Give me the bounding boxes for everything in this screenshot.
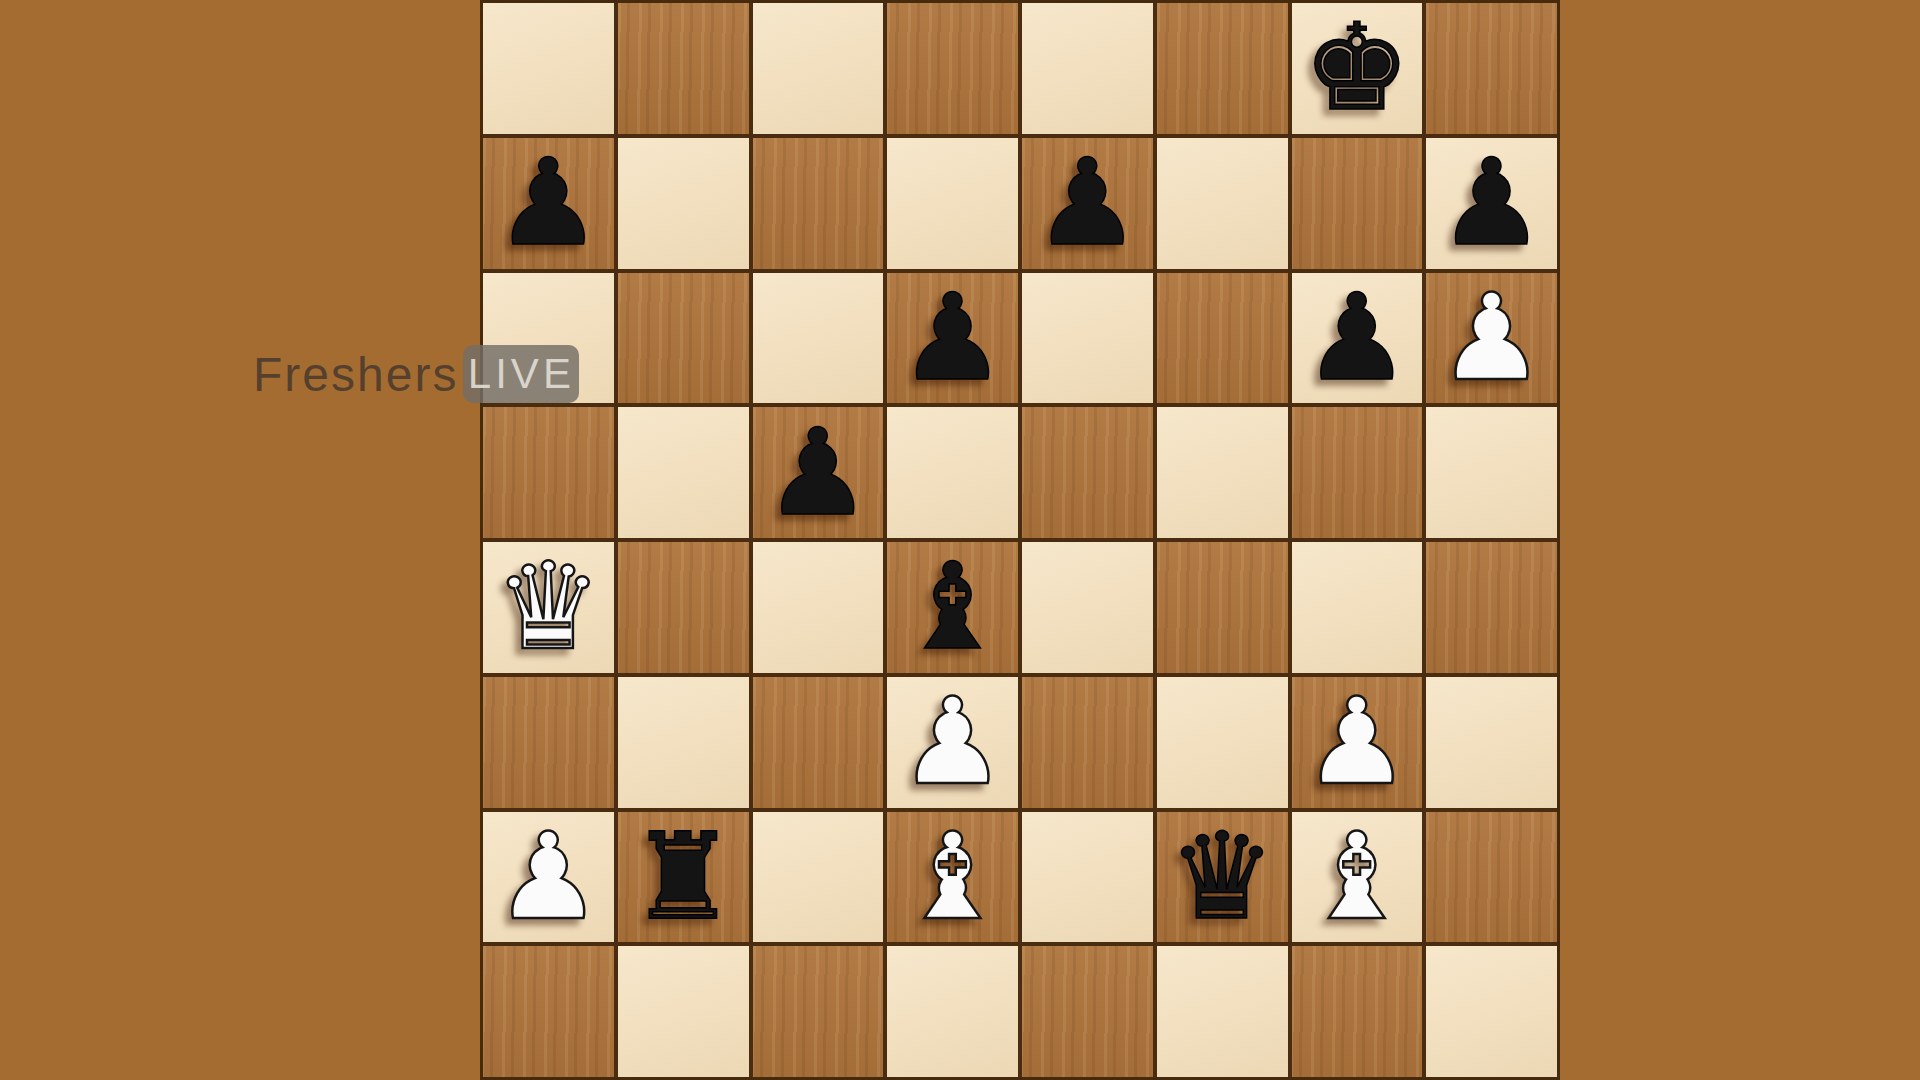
square-e2 — [1022, 812, 1153, 943]
black-pawn-c5: ♟ — [764, 413, 872, 533]
square-h5 — [1426, 407, 1557, 538]
square-c6 — [753, 273, 884, 404]
black-queen-f2: ♛ — [1168, 817, 1276, 937]
square-a3 — [483, 677, 614, 808]
square-g1 — [1292, 946, 1423, 1077]
square-e6 — [1022, 273, 1153, 404]
square-f7 — [1157, 138, 1288, 269]
square-h4 — [1426, 542, 1557, 673]
square-d6: ♟ — [887, 273, 1018, 404]
square-h6: ♟ — [1426, 273, 1557, 404]
square-e8 — [1022, 3, 1153, 134]
black-pawn-h7: ♟ — [1438, 143, 1546, 263]
square-f1 — [1157, 946, 1288, 1077]
square-c7 — [753, 138, 884, 269]
black-pawn-d6: ♟ — [899, 278, 1007, 398]
white-pawn-a2: ♟ — [495, 817, 603, 937]
white-queen-a4: ♛ — [495, 547, 603, 667]
black-bishop-d4: ♝ — [899, 547, 1007, 667]
chess-board: ♚♟♟♟♟♟♟♟♛♝♟♟♟♜♝♛♝ — [480, 0, 1560, 1080]
square-e5 — [1022, 407, 1153, 538]
square-d4: ♝ — [887, 542, 1018, 673]
square-b6 — [618, 273, 749, 404]
square-g8: ♚ — [1292, 3, 1423, 134]
square-b1 — [618, 946, 749, 1077]
square-d1 — [887, 946, 1018, 1077]
square-g6: ♟ — [1292, 273, 1423, 404]
square-b5 — [618, 407, 749, 538]
square-a1 — [483, 946, 614, 1077]
square-e1 — [1022, 946, 1153, 1077]
square-g3: ♟ — [1292, 677, 1423, 808]
square-g7 — [1292, 138, 1423, 269]
watermark: Freshers LIVE — [253, 344, 579, 404]
square-d3: ♟ — [887, 677, 1018, 808]
watermark-badge-text: LIVE — [468, 350, 575, 398]
square-e7: ♟ — [1022, 138, 1153, 269]
square-c1 — [753, 946, 884, 1077]
square-c3 — [753, 677, 884, 808]
square-b3 — [618, 677, 749, 808]
square-f6 — [1157, 273, 1288, 404]
square-a4: ♛ — [483, 542, 614, 673]
square-f3 — [1157, 677, 1288, 808]
square-f5 — [1157, 407, 1288, 538]
square-f8 — [1157, 3, 1288, 134]
square-a2: ♟ — [483, 812, 614, 943]
square-h7: ♟ — [1426, 138, 1557, 269]
square-c5: ♟ — [753, 407, 884, 538]
watermark-brand-text: Freshers — [253, 347, 458, 402]
white-pawn-h6: ♟ — [1438, 278, 1546, 398]
square-d7 — [887, 138, 1018, 269]
square-h8 — [1426, 3, 1557, 134]
black-pawn-g6: ♟ — [1303, 278, 1411, 398]
white-pawn-d3: ♟ — [899, 682, 1007, 802]
square-b8 — [618, 3, 749, 134]
square-c2 — [753, 812, 884, 943]
square-g5 — [1292, 407, 1423, 538]
square-g2: ♝ — [1292, 812, 1423, 943]
square-c8 — [753, 3, 884, 134]
square-b2: ♜ — [618, 812, 749, 943]
square-b7 — [618, 138, 749, 269]
black-pawn-e7: ♟ — [1034, 143, 1142, 263]
square-c4 — [753, 542, 884, 673]
square-h2 — [1426, 812, 1557, 943]
square-a8 — [483, 3, 614, 134]
square-d8 — [887, 3, 1018, 134]
square-f4 — [1157, 542, 1288, 673]
square-e3 — [1022, 677, 1153, 808]
square-h1 — [1426, 946, 1557, 1077]
square-a7: ♟ — [483, 138, 614, 269]
square-d2: ♝ — [887, 812, 1018, 943]
white-bishop-g2: ♝ — [1303, 817, 1411, 937]
square-h3 — [1426, 677, 1557, 808]
watermark-live-badge: LIVE — [463, 345, 579, 403]
white-pawn-g3: ♟ — [1303, 682, 1411, 802]
square-g4 — [1292, 542, 1423, 673]
square-b4 — [618, 542, 749, 673]
black-king-g8: ♚ — [1303, 8, 1411, 128]
square-e4 — [1022, 542, 1153, 673]
square-d5 — [887, 407, 1018, 538]
white-bishop-d2: ♝ — [899, 817, 1007, 937]
black-rook-b2: ♜ — [629, 817, 737, 937]
square-f2: ♛ — [1157, 812, 1288, 943]
black-pawn-a7: ♟ — [495, 143, 603, 263]
square-a5 — [483, 407, 614, 538]
